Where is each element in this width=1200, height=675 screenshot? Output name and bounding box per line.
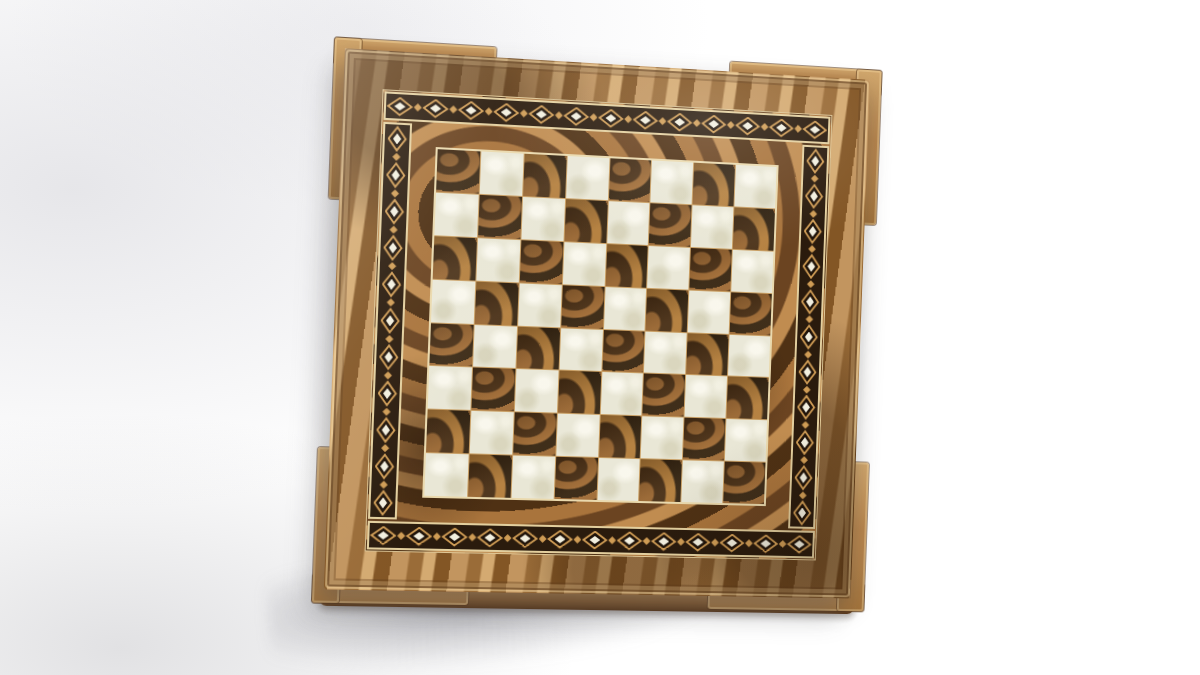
small-diamond-inlay-icon xyxy=(485,107,493,116)
square-b3 xyxy=(471,368,515,412)
pearl-diamond-inlay-icon xyxy=(373,489,394,516)
square-h4 xyxy=(728,334,770,377)
square-h6 xyxy=(731,250,773,293)
square-f8 xyxy=(651,160,694,204)
pearl-diamond-inlay-icon xyxy=(512,529,539,549)
pearl-diamond-inlay-icon xyxy=(598,108,624,128)
small-diamond-inlay-icon xyxy=(761,123,769,131)
square-d4 xyxy=(559,328,602,371)
square-a1 xyxy=(424,453,468,497)
pearl-diamond-inlay-icon xyxy=(387,125,408,152)
pearl-diamond-inlay-icon xyxy=(528,104,555,125)
square-a3 xyxy=(428,366,472,410)
pearl-diamond-inlay-icon xyxy=(422,98,449,119)
small-diamond-inlay-icon xyxy=(807,280,815,288)
small-diamond-inlay-icon xyxy=(387,298,396,306)
square-b6 xyxy=(476,238,520,282)
photo-scene: Handcrafted wooden chess board with moth… xyxy=(0,0,1200,675)
small-diamond-inlay-icon xyxy=(397,532,406,540)
square-d3 xyxy=(558,371,601,414)
small-diamond-inlay-icon xyxy=(779,540,787,548)
small-diamond-inlay-icon xyxy=(711,539,719,547)
square-b1 xyxy=(468,454,512,497)
square-d7 xyxy=(564,199,607,243)
pearl-diamond-inlay-icon xyxy=(493,102,520,123)
square-g3 xyxy=(685,375,727,418)
chess-board xyxy=(324,48,870,598)
square-f5 xyxy=(646,288,689,331)
square-e4 xyxy=(602,330,645,373)
small-diamond-inlay-icon xyxy=(800,456,808,464)
square-f7 xyxy=(649,203,692,247)
pearl-diamond-inlay-icon xyxy=(769,118,795,138)
pearl-diamond-inlay-icon xyxy=(685,532,711,551)
small-diamond-inlay-icon xyxy=(589,113,597,121)
pearl-diamond-inlay-icon xyxy=(616,531,642,551)
pearl-diamond-inlay-icon xyxy=(441,527,468,547)
small-diamond-inlay-icon xyxy=(803,386,811,394)
square-f2 xyxy=(641,417,684,460)
square-h3 xyxy=(727,377,769,420)
square-a7 xyxy=(434,193,478,237)
pearl-diamond-inlay-icon xyxy=(378,344,399,371)
small-diamond-inlay-icon xyxy=(801,421,809,429)
small-diamond-inlay-icon xyxy=(805,315,813,323)
small-diamond-inlay-icon xyxy=(520,109,528,117)
square-g6 xyxy=(690,248,732,291)
square-b7 xyxy=(478,195,522,239)
square-a8 xyxy=(436,149,480,193)
small-diamond-inlay-icon xyxy=(573,536,581,544)
square-g4 xyxy=(686,333,728,376)
square-e7 xyxy=(607,201,650,245)
small-diamond-inlay-icon xyxy=(379,480,388,488)
pearl-diamond-inlay-icon xyxy=(582,530,609,550)
pearl-diamond-inlay-icon xyxy=(547,529,574,549)
square-d2 xyxy=(556,414,599,457)
square-c8 xyxy=(523,154,567,198)
small-diamond-inlay-icon xyxy=(389,225,398,234)
pearl-diamond-inlay-icon xyxy=(651,532,677,551)
small-diamond-inlay-icon xyxy=(384,371,393,379)
pearl-diamond-inlay-icon xyxy=(667,112,693,132)
pearl-diamond-inlay-icon xyxy=(797,394,816,420)
pearl-diamond-inlay-icon xyxy=(701,114,727,134)
square-g1 xyxy=(682,460,724,503)
pearl-diamond-inlay-icon xyxy=(381,271,402,298)
pearl-diamond-inlay-icon xyxy=(719,533,745,552)
small-diamond-inlay-icon xyxy=(381,444,390,452)
small-diamond-inlay-icon xyxy=(414,103,422,112)
square-f6 xyxy=(648,246,691,289)
pearl-diamond-inlay-icon xyxy=(377,380,398,407)
small-diamond-inlay-icon xyxy=(392,153,401,162)
square-c5 xyxy=(518,283,562,327)
pearl-diamond-inlay-icon xyxy=(735,116,761,136)
pearl-diamond-inlay-icon xyxy=(386,96,413,117)
square-f3 xyxy=(643,374,686,417)
square-c7 xyxy=(521,197,565,241)
pearl-diamond-inlay-icon xyxy=(376,416,397,443)
square-f4 xyxy=(644,331,687,374)
pearl-diamond-inlay-icon xyxy=(384,198,405,225)
small-diamond-inlay-icon xyxy=(468,533,476,541)
pearl-diamond-inlay-icon xyxy=(369,525,396,545)
square-b5 xyxy=(475,281,519,325)
small-diamond-inlay-icon xyxy=(433,532,441,540)
small-diamond-inlay-icon xyxy=(658,117,666,125)
small-diamond-inlay-icon xyxy=(608,536,616,544)
square-a5 xyxy=(431,279,475,323)
square-d6 xyxy=(562,242,605,286)
square-c4 xyxy=(516,326,560,370)
square-c1 xyxy=(511,456,555,499)
square-h5 xyxy=(730,292,772,335)
small-diamond-inlay-icon xyxy=(811,175,819,183)
pearl-diamond-inlay-icon xyxy=(806,148,825,174)
small-diamond-inlay-icon xyxy=(624,115,632,123)
small-diamond-inlay-icon xyxy=(555,111,563,119)
square-b2 xyxy=(470,411,514,455)
small-diamond-inlay-icon xyxy=(385,335,394,343)
square-d8 xyxy=(566,156,609,200)
small-diamond-inlay-icon xyxy=(503,534,511,542)
square-c3 xyxy=(515,369,559,412)
pearl-diamond-inlay-icon xyxy=(405,526,432,546)
small-diamond-inlay-icon xyxy=(388,262,397,270)
square-e8 xyxy=(608,158,651,202)
small-diamond-inlay-icon xyxy=(808,245,816,253)
square-h1 xyxy=(723,462,765,504)
pearl-diamond-inlay-icon xyxy=(795,429,814,455)
small-diamond-inlay-icon xyxy=(391,189,400,198)
square-g2 xyxy=(683,418,725,461)
small-diamond-inlay-icon xyxy=(799,491,807,499)
pearl-diamond-inlay-icon xyxy=(800,289,819,315)
square-c6 xyxy=(520,240,564,284)
square-b8 xyxy=(480,151,524,195)
square-e3 xyxy=(600,372,643,415)
pearl-diamond-inlay-icon xyxy=(632,110,658,130)
pearl-diamond-inlay-icon xyxy=(383,234,404,261)
square-f1 xyxy=(639,459,682,502)
small-diamond-inlay-icon xyxy=(804,350,812,358)
pearl-diamond-inlay-icon xyxy=(793,500,812,526)
small-diamond-inlay-icon xyxy=(538,535,546,543)
small-diamond-inlay-icon xyxy=(382,408,391,416)
pearl-diamond-inlay-icon xyxy=(794,465,813,491)
square-h8 xyxy=(735,165,777,208)
small-diamond-inlay-icon xyxy=(809,210,817,218)
square-d1 xyxy=(554,457,597,500)
square-g5 xyxy=(688,290,730,333)
square-e2 xyxy=(599,415,642,458)
pearl-diamond-inlay-icon xyxy=(787,535,813,554)
square-g7 xyxy=(691,205,733,248)
small-diamond-inlay-icon xyxy=(794,125,802,133)
square-e5 xyxy=(604,287,647,330)
small-diamond-inlay-icon xyxy=(449,105,457,114)
playing-area xyxy=(422,147,778,506)
pearl-diamond-inlay-icon xyxy=(476,528,503,548)
pearl-diamond-inlay-icon xyxy=(802,253,821,279)
small-diamond-inlay-icon xyxy=(677,538,685,546)
square-c2 xyxy=(513,413,557,456)
square-a6 xyxy=(433,236,477,280)
pearl-diamond-inlay-icon xyxy=(799,324,818,350)
small-diamond-inlay-icon xyxy=(643,537,651,545)
square-h2 xyxy=(725,419,767,462)
pearl-diamond-inlay-icon xyxy=(804,183,823,209)
square-a2 xyxy=(426,410,470,454)
pearl-diamond-inlay-icon xyxy=(374,453,395,480)
square-e1 xyxy=(597,458,640,501)
pearl-diamond-inlay-icon xyxy=(385,161,406,188)
square-g8 xyxy=(693,163,735,207)
pearl-diamond-inlay-icon xyxy=(563,106,590,126)
pearl-diamond-inlay-icon xyxy=(798,359,817,385)
pearl-diamond-inlay-icon xyxy=(380,307,401,334)
small-diamond-inlay-icon xyxy=(693,119,701,127)
small-diamond-inlay-icon xyxy=(745,539,753,547)
pearl-diamond-inlay-icon xyxy=(803,218,822,244)
square-d5 xyxy=(561,285,604,329)
small-diamond-inlay-icon xyxy=(727,121,735,129)
pearl-diamond-inlay-icon xyxy=(753,534,779,553)
square-h7 xyxy=(733,207,775,250)
pearl-diamond-inlay-icon xyxy=(457,100,484,121)
square-e6 xyxy=(605,244,648,288)
square-a4 xyxy=(429,323,473,367)
square-b4 xyxy=(473,325,517,369)
pearl-diamond-inlay-icon xyxy=(802,120,828,140)
